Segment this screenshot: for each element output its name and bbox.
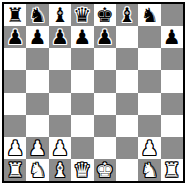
square-g8[interactable]: ♞ [138, 4, 160, 26]
piece-white-pawn[interactable]: ♟ [29, 138, 47, 158]
square-b1[interactable]: ♞ [26, 159, 48, 181]
square-d1[interactable]: ♛ [71, 159, 93, 181]
square-f7[interactable] [116, 26, 138, 48]
chess-app-window: ♜♞♝♛♚♝♞♟♟♟♟♟♟♟♟♟♟♜♞♝♛♚♞♜ [0, 0, 191, 189]
piece-white-knight[interactable]: ♞ [140, 160, 158, 180]
square-b6[interactable] [26, 48, 48, 70]
square-c3[interactable] [49, 115, 71, 137]
square-c1[interactable]: ♝ [49, 159, 71, 181]
piece-black-pawn[interactable]: ♟ [163, 27, 181, 47]
square-d2[interactable] [71, 137, 93, 159]
square-g5[interactable] [138, 70, 160, 92]
square-g4[interactable] [138, 93, 160, 115]
square-b4[interactable] [26, 93, 48, 115]
piece-black-rook[interactable]: ♜ [6, 5, 24, 25]
piece-black-bishop[interactable]: ♝ [51, 5, 69, 25]
square-c5[interactable] [49, 70, 71, 92]
square-h7[interactable]: ♟ [161, 26, 183, 48]
square-a4[interactable] [4, 93, 26, 115]
piece-white-rook[interactable]: ♜ [6, 160, 24, 180]
piece-white-pawn[interactable]: ♟ [140, 138, 158, 158]
square-e1[interactable]: ♚ [94, 159, 116, 181]
square-e8[interactable]: ♚ [94, 4, 116, 26]
square-h5[interactable] [161, 70, 183, 92]
square-g1[interactable]: ♞ [138, 159, 160, 181]
piece-white-knight[interactable]: ♞ [29, 160, 47, 180]
square-h2[interactable] [161, 137, 183, 159]
square-a5[interactable] [4, 70, 26, 92]
square-h1[interactable]: ♜ [161, 159, 183, 181]
piece-black-pawn[interactable]: ♟ [6, 27, 24, 47]
piece-white-pawn[interactable]: ♟ [51, 138, 69, 158]
square-d8[interactable]: ♛ [71, 4, 93, 26]
square-g3[interactable] [138, 115, 160, 137]
piece-black-pawn[interactable]: ♟ [29, 27, 47, 47]
square-b7[interactable]: ♟ [26, 26, 48, 48]
piece-white-queen[interactable]: ♛ [73, 160, 91, 180]
square-b3[interactable] [26, 115, 48, 137]
square-d6[interactable] [71, 48, 93, 70]
square-a7[interactable]: ♟ [4, 26, 26, 48]
chess-board[interactable]: ♜♞♝♛♚♝♞♟♟♟♟♟♟♟♟♟♟♜♞♝♛♚♞♜ [4, 4, 183, 181]
square-b2[interactable]: ♟ [26, 137, 48, 159]
square-f5[interactable] [116, 70, 138, 92]
square-f1[interactable] [116, 159, 138, 181]
square-f3[interactable] [116, 115, 138, 137]
piece-white-rook[interactable]: ♜ [163, 160, 181, 180]
square-e5[interactable] [94, 70, 116, 92]
square-a8[interactable]: ♜ [4, 4, 26, 26]
square-f6[interactable] [116, 48, 138, 70]
square-g2[interactable]: ♟ [138, 137, 160, 159]
piece-black-king[interactable]: ♚ [96, 5, 114, 25]
piece-white-pawn[interactable]: ♟ [6, 138, 24, 158]
square-c8[interactable]: ♝ [49, 4, 71, 26]
piece-black-pawn[interactable]: ♟ [73, 27, 91, 47]
square-e3[interactable] [94, 115, 116, 137]
piece-black-pawn[interactable]: ♟ [51, 27, 69, 47]
chess-board-frame: ♜♞♝♛♚♝♞♟♟♟♟♟♟♟♟♟♟♜♞♝♛♚♞♜ [2, 2, 185, 183]
square-a2[interactable]: ♟ [4, 137, 26, 159]
piece-white-bishop[interactable]: ♝ [51, 160, 69, 180]
square-h4[interactable] [161, 93, 183, 115]
square-c4[interactable] [49, 93, 71, 115]
square-e7[interactable]: ♟ [94, 26, 116, 48]
piece-white-king[interactable]: ♚ [96, 160, 114, 180]
square-f8[interactable]: ♝ [116, 4, 138, 26]
square-b5[interactable] [26, 70, 48, 92]
square-e4[interactable] [94, 93, 116, 115]
square-f2[interactable] [116, 137, 138, 159]
square-h3[interactable] [161, 115, 183, 137]
square-g6[interactable] [138, 48, 160, 70]
square-h6[interactable] [161, 48, 183, 70]
square-c7[interactable]: ♟ [49, 26, 71, 48]
square-b8[interactable]: ♞ [26, 4, 48, 26]
piece-black-knight[interactable]: ♞ [140, 5, 158, 25]
square-h8[interactable] [161, 4, 183, 26]
square-a1[interactable]: ♜ [4, 159, 26, 181]
piece-black-knight[interactable]: ♞ [29, 5, 47, 25]
square-d7[interactable]: ♟ [71, 26, 93, 48]
piece-black-queen[interactable]: ♛ [73, 5, 91, 25]
square-d5[interactable] [71, 70, 93, 92]
piece-black-pawn[interactable]: ♟ [96, 27, 114, 47]
square-a6[interactable] [4, 48, 26, 70]
square-a3[interactable] [4, 115, 26, 137]
square-f4[interactable] [116, 93, 138, 115]
piece-black-bishop[interactable]: ♝ [118, 5, 136, 25]
square-d4[interactable] [71, 93, 93, 115]
square-c6[interactable] [49, 48, 71, 70]
square-e6[interactable] [94, 48, 116, 70]
square-d3[interactable] [71, 115, 93, 137]
square-c2[interactable]: ♟ [49, 137, 71, 159]
square-e2[interactable] [94, 137, 116, 159]
square-g7[interactable] [138, 26, 160, 48]
